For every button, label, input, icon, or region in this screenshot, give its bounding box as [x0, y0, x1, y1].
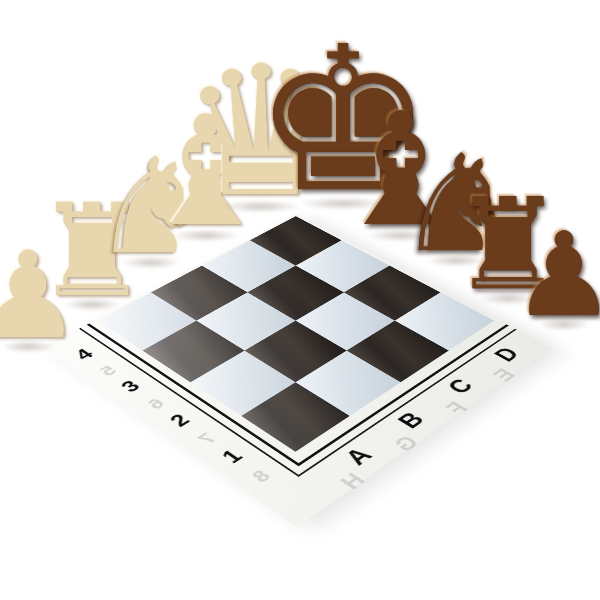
ghost-file-label-f: F [434, 394, 480, 423]
ghost-file-label-h: H [328, 465, 377, 498]
black-pawn-glyph: ♟ [512, 207, 600, 342]
product-photo-scene: 4321 ABCD 5678HGFE ♟♜♞♝♛♚♝♞♜♟ [0, 0, 600, 600]
ghost-file-label-g: G [383, 428, 431, 459]
piece-black-pawn: ♟ [512, 229, 600, 322]
ghost-rank-label-8: 8 [237, 461, 285, 493]
ghost-file-label-e: E [482, 361, 526, 389]
